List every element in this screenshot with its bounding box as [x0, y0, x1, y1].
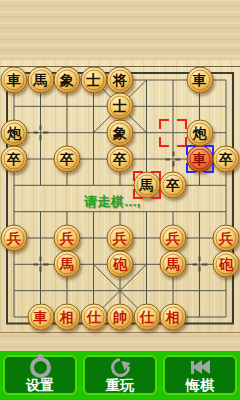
replay-button-label: 重玩 [106, 378, 134, 393]
piece-black-elephant[interactable]: 象 [54, 67, 81, 94]
status-message: 请走棋..., [84, 193, 141, 211]
piece-red-elephant[interactable]: 相 [160, 304, 187, 331]
piece-black-advisor[interactable]: 士 [80, 67, 107, 94]
undo-move-button[interactable]: 悔棋 [163, 355, 237, 395]
piece-black-soldier[interactable]: 卒 [54, 146, 81, 173]
rewind-icon [191, 357, 210, 377]
piece-red-chariot[interactable]: 車 [27, 304, 54, 331]
piece-black-general[interactable]: 将 [107, 67, 134, 94]
piece-red-soldier[interactable]: 兵 [213, 225, 240, 252]
app-screen: 車馬象士将車士炮象炮卒卒卒車卒馬卒兵兵兵兵兵馬砲馬砲車相仕帥仕相 请走棋...,… [0, 0, 240, 400]
piece-red-horse[interactable]: 馬 [160, 251, 187, 278]
piece-red-soldier[interactable]: 兵 [160, 225, 187, 252]
piece-black-soldier[interactable]: 卒 [160, 172, 187, 199]
piece-red-soldier[interactable]: 兵 [107, 225, 134, 252]
piece-red-cannon[interactable]: 砲 [107, 251, 134, 278]
piece-red-soldier[interactable]: 兵 [54, 225, 81, 252]
piece-red-advisor[interactable]: 仕 [133, 304, 160, 331]
gear-icon [30, 357, 51, 377]
piece-black-soldier[interactable]: 卒 [213, 146, 240, 173]
piece-red-advisor[interactable]: 仕 [80, 304, 107, 331]
piece-red-cannon[interactable]: 砲 [213, 251, 240, 278]
piece-black-horse[interactable]: 馬 [27, 67, 54, 94]
piece-black-elephant[interactable]: 象 [107, 119, 134, 146]
point-marker [33, 125, 48, 140]
piece-red-general[interactable]: 帥 [107, 304, 134, 331]
piece-black-chariot[interactable]: 車 [186, 67, 213, 94]
replay-icon [111, 357, 130, 377]
xiangqi-board[interactable]: 車馬象士将車士炮象炮卒卒卒車卒馬卒兵兵兵兵兵馬砲馬砲車相仕帥仕相 请走棋..., [0, 60, 240, 333]
piece-black-soldier[interactable]: 卒 [107, 146, 134, 173]
piece-red-soldier[interactable]: 兵 [1, 225, 28, 252]
piece-black-cannon[interactable]: 炮 [1, 119, 28, 146]
point-marker [33, 257, 48, 272]
point-marker [192, 257, 207, 272]
point-marker [166, 152, 181, 167]
piece-red-horse[interactable]: 馬 [54, 251, 81, 278]
settings-button-label: 设置 [26, 378, 54, 393]
piece-black-chariot[interactable]: 車 [1, 67, 28, 94]
piece-black-soldier[interactable]: 卒 [1, 146, 28, 173]
red-bracket [159, 119, 187, 147]
piece-black-cannon[interactable]: 炮 [186, 119, 213, 146]
replay-button[interactable]: 重玩 [83, 355, 157, 395]
blue-bracket [186, 145, 214, 173]
undo-move-button-label: 悔棋 [186, 378, 214, 393]
settings-button[interactable]: 设置 [3, 355, 77, 395]
toolbar: 设置 重玩 悔棋 [0, 351, 240, 400]
piece-black-advisor[interactable]: 士 [107, 93, 134, 120]
piece-red-elephant[interactable]: 相 [54, 304, 81, 331]
